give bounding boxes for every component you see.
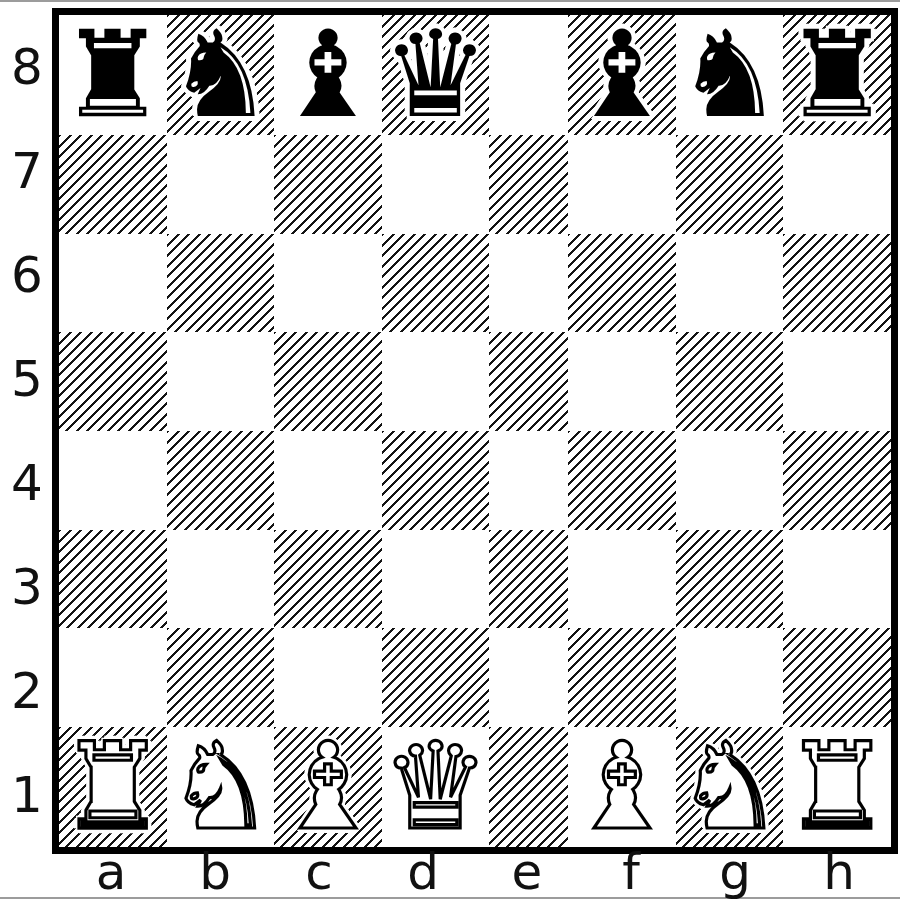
square-e3[interactable]	[489, 530, 568, 629]
square-a3[interactable]	[59, 530, 167, 629]
square-h3[interactable]	[783, 530, 891, 629]
file-label-d: d	[371, 845, 475, 900]
square-h1[interactable]: ♜	[783, 727, 891, 847]
file-label-c: c	[267, 845, 371, 900]
square-e2[interactable]	[489, 628, 568, 727]
square-c2[interactable]	[274, 628, 382, 727]
square-h2[interactable]	[783, 628, 891, 727]
file-label-b: b	[163, 845, 267, 900]
white-bishop: ♝	[568, 727, 676, 847]
square-f5[interactable]	[568, 332, 676, 431]
square-f4[interactable]	[568, 431, 676, 530]
square-b5[interactable]	[167, 332, 275, 431]
square-f7[interactable]	[568, 135, 676, 234]
square-b4[interactable]	[167, 431, 275, 530]
square-d7[interactable]	[382, 135, 490, 234]
white-knight: ♞	[676, 727, 784, 847]
square-b6[interactable]	[167, 234, 275, 333]
square-g4[interactable]	[676, 431, 784, 530]
square-a6[interactable]	[59, 234, 167, 333]
square-e1[interactable]	[489, 727, 568, 847]
square-e5[interactable]	[489, 332, 568, 431]
rank-label-3: 3	[6, 535, 48, 639]
rank-label-4: 4	[6, 431, 48, 535]
square-c6[interactable]	[274, 234, 382, 333]
square-b7[interactable]	[167, 135, 275, 234]
square-f1[interactable]: ♝	[568, 727, 676, 847]
square-c8[interactable]: ♝	[274, 15, 382, 135]
square-g3[interactable]	[676, 530, 784, 629]
square-c4[interactable]	[274, 431, 382, 530]
file-label-a: a	[59, 845, 163, 900]
file-label-h: h	[787, 845, 891, 900]
square-d6[interactable]	[382, 234, 490, 333]
square-h5[interactable]	[783, 332, 891, 431]
black-knight: ♞	[676, 15, 784, 135]
square-f6[interactable]	[568, 234, 676, 333]
square-a8[interactable]: ♜	[59, 15, 167, 135]
square-b2[interactable]	[167, 628, 275, 727]
square-b3[interactable]	[167, 530, 275, 629]
square-d1[interactable]: ♛	[382, 727, 490, 847]
square-g5[interactable]	[676, 332, 784, 431]
scan-artifact-line-top	[0, 0, 900, 2]
square-h8[interactable]: ♜	[783, 15, 891, 135]
square-a4[interactable]	[59, 431, 167, 530]
square-f3[interactable]	[568, 530, 676, 629]
square-c1[interactable]: ♝	[274, 727, 382, 847]
file-label-g: g	[683, 845, 787, 900]
square-a7[interactable]	[59, 135, 167, 234]
black-rook: ♜	[783, 15, 891, 135]
rank-label-6: 6	[6, 223, 48, 327]
chess-board: ♜♞♝♛♝♞♜♜♞♝♛♝♞♜	[52, 8, 898, 854]
square-c7[interactable]	[274, 135, 382, 234]
black-rook: ♜	[59, 15, 167, 135]
black-bishop: ♝	[274, 15, 382, 135]
rank-label-5: 5	[6, 327, 48, 431]
rank-label-2: 2	[6, 639, 48, 743]
file-label-f: f	[579, 845, 683, 900]
square-b1[interactable]: ♞	[167, 727, 275, 847]
white-rook: ♜	[59, 727, 167, 847]
square-g1[interactable]: ♞	[676, 727, 784, 847]
square-h7[interactable]	[783, 135, 891, 234]
rank-labels: 87654321	[6, 15, 48, 847]
square-h4[interactable]	[783, 431, 891, 530]
square-e7[interactable]	[489, 135, 568, 234]
square-a5[interactable]	[59, 332, 167, 431]
white-rook: ♜	[783, 727, 891, 847]
square-e6[interactable]	[489, 234, 568, 333]
black-knight: ♞	[167, 15, 275, 135]
square-a2[interactable]	[59, 628, 167, 727]
square-c5[interactable]	[274, 332, 382, 431]
square-g2[interactable]	[676, 628, 784, 727]
square-e8[interactable]	[489, 15, 568, 135]
file-labels: abcdefgh	[59, 845, 891, 900]
square-d4[interactable]	[382, 431, 490, 530]
square-g6[interactable]	[676, 234, 784, 333]
square-h6[interactable]	[783, 234, 891, 333]
square-d3[interactable]	[382, 530, 490, 629]
rank-label-1: 1	[6, 743, 48, 847]
square-a1[interactable]: ♜	[59, 727, 167, 847]
square-g8[interactable]: ♞	[676, 15, 784, 135]
square-d5[interactable]	[382, 332, 490, 431]
square-d2[interactable]	[382, 628, 490, 727]
white-bishop: ♝	[274, 727, 382, 847]
square-d8[interactable]: ♛	[382, 15, 490, 135]
black-bishop: ♝	[568, 15, 676, 135]
white-queen: ♛	[382, 727, 490, 847]
rank-label-7: 7	[6, 119, 48, 223]
rank-label-8: 8	[6, 15, 48, 119]
square-e4[interactable]	[489, 431, 568, 530]
square-f8[interactable]: ♝	[568, 15, 676, 135]
black-queen: ♛	[382, 15, 490, 135]
square-c3[interactable]	[274, 530, 382, 629]
white-knight: ♞	[167, 727, 275, 847]
square-f2[interactable]	[568, 628, 676, 727]
square-g7[interactable]	[676, 135, 784, 234]
file-label-e: e	[475, 845, 579, 900]
square-b8[interactable]: ♞	[167, 15, 275, 135]
